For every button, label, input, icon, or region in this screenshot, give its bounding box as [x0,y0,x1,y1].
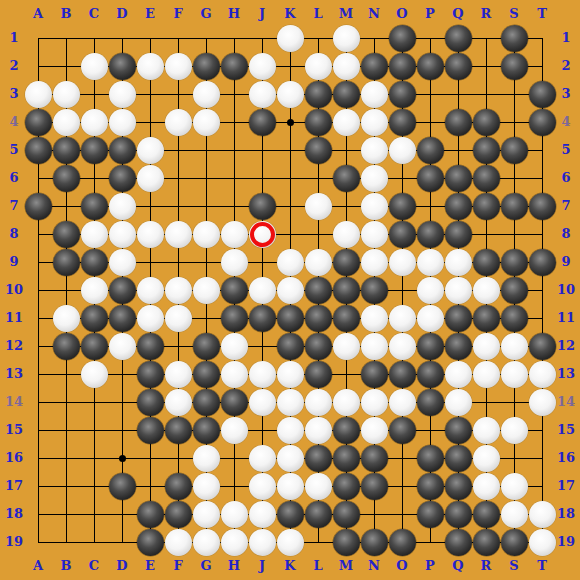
coord-label-left-10: 10 [0,283,28,297]
stone-white-L17 [305,473,332,500]
stone-black-K11 [277,305,304,332]
coord-label-left-16: 16 [0,451,28,465]
stone-black-F17 [165,473,192,500]
stone-white-A3 [25,81,52,108]
stone-black-H11 [221,305,248,332]
stone-black-M3 [333,81,360,108]
stone-white-H8 [221,221,248,248]
stone-white-D3 [109,81,136,108]
coord-label-bottom-G: G [192,559,220,573]
stone-white-K9 [277,249,304,276]
stone-white-G16 [193,445,220,472]
stone-white-B4 [53,109,80,136]
stone-black-N10 [361,277,388,304]
stone-white-O9 [389,249,416,276]
stone-black-B8 [53,221,80,248]
coord-label-right-5: 5 [552,143,580,157]
stone-black-B5 [53,137,80,164]
stone-white-N15 [361,417,388,444]
stone-black-E12 [137,333,164,360]
stone-black-P18 [417,501,444,528]
stone-black-Q8 [445,221,472,248]
stone-black-K18 [277,501,304,528]
stone-white-N7 [361,193,388,220]
coord-label-bottom-E: E [136,559,164,573]
stone-black-Q19 [445,529,472,556]
stone-black-G14 [193,389,220,416]
stone-black-F18 [165,501,192,528]
stone-black-K12 [277,333,304,360]
stone-white-P10 [417,277,444,304]
stone-black-D10 [109,277,136,304]
stone-black-B9 [53,249,80,276]
stone-white-N14 [361,389,388,416]
coord-label-bottom-P: P [416,559,444,573]
coord-label-right-4: 4 [552,115,580,129]
stone-white-K13 [277,361,304,388]
stone-white-L7 [305,193,332,220]
stone-white-N3 [361,81,388,108]
stone-black-P14 [417,389,444,416]
stone-white-L9 [305,249,332,276]
stone-black-H10 [221,277,248,304]
stone-white-K17 [277,473,304,500]
stone-white-T19 [529,529,556,556]
stone-black-A4 [25,109,52,136]
stone-white-K16 [277,445,304,472]
stone-black-M18 [333,501,360,528]
stone-white-M12 [333,333,360,360]
coord-label-bottom-C: C [80,559,108,573]
stone-white-E11 [137,305,164,332]
stone-black-O7 [389,193,416,220]
stone-white-K15 [277,417,304,444]
stone-black-O4 [389,109,416,136]
stone-white-C2 [81,53,108,80]
stone-white-F10 [165,277,192,304]
stone-white-M8 [333,221,360,248]
stone-white-T18 [529,501,556,528]
stone-black-A7 [25,193,52,220]
stone-black-R7 [473,193,500,220]
stone-black-S11 [501,305,528,332]
coord-label-top-L: L [304,7,332,21]
stone-white-F11 [165,305,192,332]
stone-white-R10 [473,277,500,304]
coord-label-left-1: 1 [0,31,28,45]
stone-white-M1 [333,25,360,52]
stone-white-M2 [333,53,360,80]
stone-black-R6 [473,165,500,192]
stone-black-A5 [25,137,52,164]
coord-label-top-P: P [416,7,444,21]
coord-label-bottom-L: L [304,559,332,573]
stone-black-Q2 [445,53,472,80]
coord-label-bottom-F: F [164,559,192,573]
stone-white-T14 [529,389,556,416]
coord-label-right-2: 2 [552,59,580,73]
stone-white-P11 [417,305,444,332]
coord-label-right-3: 3 [552,87,580,101]
stone-black-G2 [193,53,220,80]
stone-white-C13 [81,361,108,388]
stone-black-Q7 [445,193,472,220]
coord-label-right-17: 17 [552,479,580,493]
stone-black-M10 [333,277,360,304]
coord-label-left-18: 18 [0,507,28,521]
stone-black-M11 [333,305,360,332]
stone-white-G8 [193,221,220,248]
stone-black-R9 [473,249,500,276]
stone-black-Q1 [445,25,472,52]
stone-white-C10 [81,277,108,304]
stone-black-D6 [109,165,136,192]
stone-black-L3 [305,81,332,108]
stone-black-P6 [417,165,444,192]
stone-white-H18 [221,501,248,528]
stone-white-S13 [501,361,528,388]
stone-black-Q17 [445,473,472,500]
stone-white-D9 [109,249,136,276]
coord-label-bottom-H: H [220,559,248,573]
stone-black-O19 [389,529,416,556]
stone-white-S15 [501,417,528,444]
coord-label-top-C: C [80,7,108,21]
stone-white-E5 [137,137,164,164]
stone-black-S7 [501,193,528,220]
stone-white-L14 [305,389,332,416]
stone-white-O14 [389,389,416,416]
stone-black-M9 [333,249,360,276]
stone-white-Q13 [445,361,472,388]
stone-black-P17 [417,473,444,500]
last-move-stone-white-J8 [249,221,276,248]
coord-label-left-5: 5 [0,143,28,157]
stone-black-S19 [501,529,528,556]
stone-black-N19 [361,529,388,556]
stone-white-K14 [277,389,304,416]
stone-black-O3 [389,81,416,108]
stone-white-N5 [361,137,388,164]
stone-black-R5 [473,137,500,164]
coord-label-right-12: 12 [552,339,580,353]
stone-black-L18 [305,501,332,528]
stone-black-J11 [249,305,276,332]
coord-label-bottom-M: M [332,559,360,573]
stone-black-S1 [501,25,528,52]
stone-white-E6 [137,165,164,192]
stone-white-K1 [277,25,304,52]
stone-white-D8 [109,221,136,248]
stone-white-S18 [501,501,528,528]
coord-label-top-K: K [276,7,304,21]
stone-black-S5 [501,137,528,164]
stone-black-L4 [305,109,332,136]
stone-white-N12 [361,333,388,360]
coord-label-left-11: 11 [0,311,28,325]
stone-black-M19 [333,529,360,556]
stone-black-O13 [389,361,416,388]
stone-white-F13 [165,361,192,388]
stone-black-L16 [305,445,332,472]
stone-white-F8 [165,221,192,248]
stone-white-Q9 [445,249,472,276]
star-point-K4 [287,119,294,126]
stone-black-R18 [473,501,500,528]
stone-black-T7 [529,193,556,220]
stone-white-G19 [193,529,220,556]
coord-label-left-13: 13 [0,367,28,381]
stone-white-J3 [249,81,276,108]
stone-black-F15 [165,417,192,444]
stone-white-R12 [473,333,500,360]
stone-black-P5 [417,137,444,164]
stone-black-D17 [109,473,136,500]
coord-label-left-19: 19 [0,535,28,549]
stone-white-K3 [277,81,304,108]
stone-white-Q14 [445,389,472,416]
stone-black-M17 [333,473,360,500]
coord-label-top-G: G [192,7,220,21]
stone-white-R17 [473,473,500,500]
stone-white-O12 [389,333,416,360]
stone-white-J2 [249,53,276,80]
coord-label-top-H: H [220,7,248,21]
stone-white-J18 [249,501,276,528]
stone-black-L11 [305,305,332,332]
stone-black-N16 [361,445,388,472]
stone-white-B11 [53,305,80,332]
stone-black-Q15 [445,417,472,444]
stone-black-D5 [109,137,136,164]
stone-white-K19 [277,529,304,556]
stone-white-E2 [137,53,164,80]
coord-label-bottom-B: B [52,559,80,573]
stone-white-G18 [193,501,220,528]
stone-white-R16 [473,445,500,472]
stone-black-S10 [501,277,528,304]
coord-label-right-9: 9 [552,255,580,269]
coord-label-bottom-J: J [248,559,276,573]
stone-black-B12 [53,333,80,360]
stone-white-C4 [81,109,108,136]
stone-black-G12 [193,333,220,360]
stone-black-T3 [529,81,556,108]
stone-white-H9 [221,249,248,276]
stone-white-F2 [165,53,192,80]
coord-label-right-18: 18 [552,507,580,521]
stone-white-C8 [81,221,108,248]
coord-label-top-J: J [248,7,276,21]
stone-white-G10 [193,277,220,304]
coord-label-bottom-S: S [500,559,528,573]
stone-black-Q18 [445,501,472,528]
stone-white-D12 [109,333,136,360]
coord-label-top-E: E [136,7,164,21]
stone-black-M15 [333,417,360,444]
stone-black-G13 [193,361,220,388]
stone-black-O8 [389,221,416,248]
stone-white-J13 [249,361,276,388]
stone-black-N13 [361,361,388,388]
stone-black-H2 [221,53,248,80]
coord-label-right-16: 16 [552,451,580,465]
stone-black-N17 [361,473,388,500]
stone-white-H13 [221,361,248,388]
stone-white-G4 [193,109,220,136]
stone-black-L13 [305,361,332,388]
coord-label-left-9: 9 [0,255,28,269]
stone-white-N4 [361,109,388,136]
stone-black-T9 [529,249,556,276]
stone-white-M14 [333,389,360,416]
stone-black-Q6 [445,165,472,192]
coord-label-top-R: R [472,7,500,21]
stone-white-J14 [249,389,276,416]
coord-label-top-T: T [528,7,556,21]
stone-black-O15 [389,417,416,444]
coord-label-right-7: 7 [552,199,580,213]
stone-white-J19 [249,529,276,556]
stone-white-E8 [137,221,164,248]
stone-white-N8 [361,221,388,248]
coord-label-bottom-N: N [360,559,388,573]
stone-black-L5 [305,137,332,164]
coord-label-right-13: 13 [552,367,580,381]
stone-black-G15 [193,417,220,444]
coord-label-right-1: 1 [552,31,580,45]
stone-black-R19 [473,529,500,556]
stone-white-S17 [501,473,528,500]
stone-black-Q4 [445,109,472,136]
stone-white-J16 [249,445,276,472]
stone-white-P9 [417,249,444,276]
stone-white-R13 [473,361,500,388]
coord-label-bottom-K: K [276,559,304,573]
coord-label-bottom-R: R [472,559,500,573]
coord-label-right-6: 6 [552,171,580,185]
coord-label-left-4: 4 [0,115,28,129]
coord-label-left-2: 2 [0,59,28,73]
stone-white-R15 [473,417,500,444]
coord-label-left-17: 17 [0,479,28,493]
stone-black-E19 [137,529,164,556]
stone-white-G3 [193,81,220,108]
stone-white-H19 [221,529,248,556]
stone-black-D2 [109,53,136,80]
coord-label-left-15: 15 [0,423,28,437]
stone-white-L2 [305,53,332,80]
stone-black-O1 [389,25,416,52]
stone-black-R11 [473,305,500,332]
stone-white-L15 [305,417,332,444]
stone-black-L12 [305,333,332,360]
coord-label-bottom-D: D [108,559,136,573]
coord-label-bottom-O: O [388,559,416,573]
stone-black-E13 [137,361,164,388]
stone-black-P16 [417,445,444,472]
stone-black-E15 [137,417,164,444]
coord-label-left-7: 7 [0,199,28,213]
stone-black-L10 [305,277,332,304]
coord-label-bottom-A: A [24,559,52,573]
coord-label-top-B: B [52,7,80,21]
stone-white-N6 [361,165,388,192]
stone-white-D4 [109,109,136,136]
stone-black-O2 [389,53,416,80]
stone-black-Q11 [445,305,472,332]
stone-white-N11 [361,305,388,332]
coord-label-left-6: 6 [0,171,28,185]
stone-white-E10 [137,277,164,304]
coord-label-top-Q: Q [444,7,472,21]
stone-black-B6 [53,165,80,192]
stone-white-O11 [389,305,416,332]
stone-black-D11 [109,305,136,332]
stone-white-T13 [529,361,556,388]
coord-label-left-14: 14 [0,395,28,409]
stone-black-E18 [137,501,164,528]
stone-black-P13 [417,361,444,388]
stone-black-N2 [361,53,388,80]
stone-black-C12 [81,333,108,360]
stone-white-H15 [221,417,248,444]
stone-black-S9 [501,249,528,276]
coord-label-right-14: 14 [552,395,580,409]
coord-label-top-O: O [388,7,416,21]
stone-black-M6 [333,165,360,192]
coord-label-right-19: 19 [552,535,580,549]
coord-label-top-D: D [108,7,136,21]
stone-black-T4 [529,109,556,136]
stone-black-C9 [81,249,108,276]
coord-label-top-A: A [24,7,52,21]
stone-black-S2 [501,53,528,80]
stone-white-D7 [109,193,136,220]
coord-label-right-10: 10 [552,283,580,297]
stone-white-Q10 [445,277,472,304]
coord-label-right-8: 8 [552,227,580,241]
stone-black-Q16 [445,445,472,472]
stone-black-H14 [221,389,248,416]
stone-black-M16 [333,445,360,472]
coord-label-right-15: 15 [552,423,580,437]
star-point-D16 [119,455,126,462]
stone-black-P2 [417,53,444,80]
stone-black-J7 [249,193,276,220]
coord-label-top-S: S [500,7,528,21]
stone-black-R4 [473,109,500,136]
stone-black-P12 [417,333,444,360]
stone-white-N9 [361,249,388,276]
stone-white-J10 [249,277,276,304]
stone-white-F14 [165,389,192,416]
stone-white-B3 [53,81,80,108]
stone-white-S12 [501,333,528,360]
stone-black-E14 [137,389,164,416]
coord-label-bottom-T: T [528,559,556,573]
stone-black-C7 [81,193,108,220]
stone-white-F19 [165,529,192,556]
stone-black-C11 [81,305,108,332]
stone-black-T12 [529,333,556,360]
go-board[interactable]: AABBCCDDEEFFGGHHJJKKLLMMNNOOPPQQRRSSTT11… [0,0,580,580]
stone-black-P8 [417,221,444,248]
coord-label-right-11: 11 [552,311,580,325]
coord-label-top-M: M [332,7,360,21]
coord-label-top-F: F [164,7,192,21]
stone-white-H12 [221,333,248,360]
